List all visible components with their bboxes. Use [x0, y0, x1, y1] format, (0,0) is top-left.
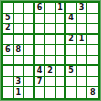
sudoku-cell-empty[interactable] [87, 14, 98, 25]
sudoku-cell-empty[interactable] [66, 77, 77, 88]
sudoku-cell-empty[interactable] [56, 14, 67, 25]
sudoku-cell-empty[interactable] [87, 77, 98, 88]
sudoku-cell-empty[interactable] [87, 45, 98, 56]
sudoku-cell-empty[interactable] [56, 66, 67, 77]
sudoku-cell-empty[interactable] [35, 45, 46, 56]
sudoku-cell-empty[interactable] [35, 24, 46, 35]
sudoku-cell-empty[interactable] [24, 35, 35, 46]
sudoku-cell-given: 1 [77, 35, 88, 46]
sudoku-cell-empty[interactable] [24, 3, 35, 14]
sudoku-cell-empty[interactable] [45, 56, 56, 67]
sudoku-cell-empty[interactable] [77, 56, 88, 67]
sudoku-cell-empty[interactable] [77, 45, 88, 56]
sudoku-cell-empty[interactable] [24, 14, 35, 25]
sudoku-cell-empty[interactable] [45, 14, 56, 25]
sudoku-cell-empty[interactable] [14, 35, 25, 46]
sudoku-cell-empty[interactable] [3, 77, 14, 88]
sudoku-cell-empty[interactable] [87, 24, 98, 35]
sudoku-cell-empty[interactable] [77, 77, 88, 88]
sudoku-cell-empty[interactable] [87, 66, 98, 77]
sudoku-cell-empty[interactable] [3, 66, 14, 77]
sudoku-cell-given: 2 [66, 35, 77, 46]
sudoku-cell-empty[interactable] [45, 24, 56, 35]
sudoku-cell-empty[interactable] [45, 35, 56, 46]
sudoku-cell-empty[interactable] [35, 14, 46, 25]
sudoku-cell-empty[interactable] [24, 24, 35, 35]
sudoku-cell-empty[interactable] [45, 77, 56, 88]
sudoku-cell-given: 8 [14, 45, 25, 56]
sudoku-cell-given: 6 [3, 45, 14, 56]
sudoku-cell-empty[interactable] [56, 56, 67, 67]
sudoku-cell-given: 2 [45, 66, 56, 77]
sudoku-cell-given: 7 [35, 77, 46, 88]
sudoku-cell-empty[interactable] [14, 56, 25, 67]
sudoku-cell-given: 8 [87, 87, 98, 98]
sudoku-cell-given: 1 [56, 3, 67, 14]
sudoku-cell-given: 4 [66, 14, 77, 25]
sudoku-cell-given: 1 [14, 87, 25, 98]
sudoku-cell-empty[interactable] [14, 24, 25, 35]
sudoku-cell-empty[interactable] [14, 14, 25, 25]
sudoku-cell-empty[interactable] [56, 77, 67, 88]
sudoku-cell-empty[interactable] [35, 87, 46, 98]
sudoku-cell-empty[interactable] [45, 87, 56, 98]
sudoku-cell-given: 3 [14, 77, 25, 88]
sudoku-cell-empty[interactable] [14, 66, 25, 77]
sudoku-cell-empty[interactable] [3, 56, 14, 67]
sudoku-cell-empty[interactable] [24, 77, 35, 88]
sudoku-cell-empty[interactable] [56, 45, 67, 56]
sudoku-cell-empty[interactable] [77, 14, 88, 25]
sudoku-cell-empty[interactable] [3, 87, 14, 98]
sudoku-cell-empty[interactable] [87, 56, 98, 67]
sudoku-cell-empty[interactable] [66, 24, 77, 35]
sudoku-cell-empty[interactable] [56, 35, 67, 46]
sudoku-cell-empty[interactable] [45, 3, 56, 14]
sudoku-cell-empty[interactable] [24, 66, 35, 77]
sudoku-cell-empty[interactable] [3, 35, 14, 46]
sudoku-cell-empty[interactable] [24, 56, 35, 67]
sudoku-cell-empty[interactable] [24, 45, 35, 56]
sudoku-cell-empty[interactable] [77, 24, 88, 35]
sudoku-cell-empty[interactable] [56, 87, 67, 98]
sudoku-cell-empty[interactable] [66, 87, 77, 98]
sudoku-cell-empty[interactable] [3, 3, 14, 14]
sudoku-cell-empty[interactable] [14, 3, 25, 14]
sudoku-cell-empty[interactable] [66, 3, 77, 14]
sudoku-cell-empty[interactable] [66, 45, 77, 56]
sudoku-cell-given: 5 [66, 66, 77, 77]
sudoku-cell-empty[interactable] [77, 87, 88, 98]
sudoku-cell-empty[interactable] [24, 87, 35, 98]
sudoku-cell-empty[interactable] [35, 35, 46, 46]
sudoku-cell-given: 5 [3, 14, 14, 25]
sudoku-cell-given: 6 [35, 3, 46, 14]
sudoku-board: 61354221684253718 [1, 1, 100, 100]
sudoku-cell-empty[interactable] [87, 3, 98, 14]
sudoku-cell-given: 4 [35, 66, 46, 77]
sudoku-cell-empty[interactable] [35, 56, 46, 67]
sudoku-cell-given: 2 [3, 24, 14, 35]
sudoku-cell-empty[interactable] [66, 56, 77, 67]
sudoku-cell-empty[interactable] [45, 45, 56, 56]
sudoku-cell-empty[interactable] [56, 24, 67, 35]
sudoku-frame: 61354221684253718 [0, 0, 101, 101]
sudoku-cell-empty[interactable] [77, 66, 88, 77]
sudoku-cell-empty[interactable] [87, 35, 98, 46]
sudoku-cell-given: 3 [77, 3, 88, 14]
